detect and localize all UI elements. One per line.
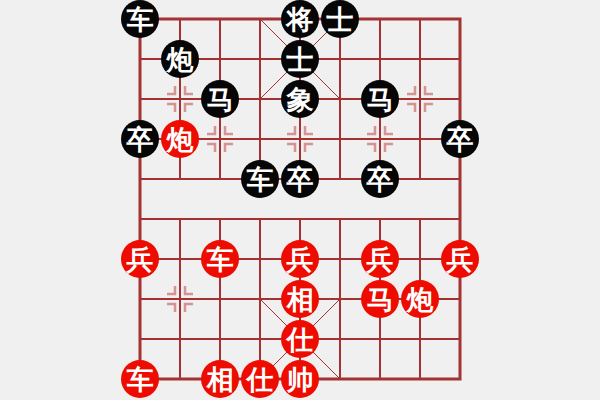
board-point-0-2[interactable] [120,79,160,119]
piece-red-advisor[interactable]: 仕 [241,360,279,398]
board-point-6-3[interactable] [360,119,400,159]
board-point-5-4[interactable] [320,159,360,199]
board-point-6-0[interactable] [360,0,400,39]
board-point-7-7[interactable]: 炮 [400,279,440,319]
board-point-2-0[interactable] [200,0,240,39]
board-point-2-8[interactable] [200,319,240,359]
piece-black-advisor[interactable]: 士 [321,0,359,38]
board-point-2-2[interactable]: 马 [200,79,240,119]
board-point-4-0[interactable]: 将 [280,0,320,39]
board-point-4-6[interactable]: 兵 [280,239,320,279]
board-point-5-6[interactable] [320,239,360,279]
board-point-1-6[interactable] [160,239,200,279]
piece-red-chariot[interactable]: 车 [121,360,159,398]
board-point-0-5[interactable] [120,199,160,239]
board-point-0-1[interactable] [120,39,160,79]
board-point-2-1[interactable] [200,39,240,79]
board-point-7-1[interactable] [400,39,440,79]
piece-red-soldier[interactable]: 兵 [361,240,399,278]
board-point-1-1[interactable]: 炮 [160,39,200,79]
board-point-1-7[interactable] [160,279,200,319]
board-point-6-2[interactable]: 马 [360,79,400,119]
board-point-3-2[interactable] [240,79,280,119]
board-point-1-3[interactable]: 炮 [160,119,200,159]
board-point-4-1[interactable]: 士 [280,39,320,79]
board-point-8-2[interactable] [440,79,480,119]
board-point-0-0[interactable]: 车 [120,0,160,39]
board-point-2-7[interactable] [200,279,240,319]
board-point-2-3[interactable] [200,119,240,159]
piece-red-soldier[interactable]: 兵 [441,240,479,278]
board-point-1-9[interactable] [160,359,200,399]
board-point-0-9[interactable]: 车 [120,359,160,399]
piece-black-cannon[interactable]: 炮 [161,40,199,78]
board-point-2-9[interactable]: 相 [200,359,240,399]
piece-black-soldier[interactable]: 卒 [121,120,159,158]
board-point-0-4[interactable] [120,159,160,199]
board-point-6-8[interactable] [360,319,400,359]
piece-black-soldier[interactable]: 卒 [441,120,479,158]
board-point-6-4[interactable]: 卒 [360,159,400,199]
piece-black-chariot[interactable]: 车 [121,0,159,38]
board-point-3-0[interactable] [240,0,280,39]
board-point-3-8[interactable] [240,319,280,359]
board-grid: 车将士炮士马象马卒炮卒车卒卒兵车兵兵兵相马炮仕车相仕帅 [120,0,480,399]
board-point-2-4[interactable] [200,159,240,199]
board-point-1-5[interactable] [160,199,200,239]
board-point-3-7[interactable] [240,279,280,319]
board-point-5-7[interactable] [320,279,360,319]
board-point-7-8[interactable] [400,319,440,359]
board-point-5-5[interactable] [320,199,360,239]
board-point-4-5[interactable] [280,199,320,239]
board-point-5-1[interactable] [320,39,360,79]
board-point-7-2[interactable] [400,79,440,119]
board-point-8-4[interactable] [440,159,480,199]
board-point-0-8[interactable] [120,319,160,359]
board-point-7-4[interactable] [400,159,440,199]
board-point-7-5[interactable] [400,199,440,239]
board-point-4-4[interactable]: 卒 [280,159,320,199]
board-point-0-7[interactable] [120,279,160,319]
board-point-8-7[interactable] [440,279,480,319]
board-point-6-5[interactable] [360,199,400,239]
board-point-4-2[interactable]: 象 [280,79,320,119]
board-point-4-7[interactable]: 相 [280,279,320,319]
board-point-2-5[interactable] [200,199,240,239]
xiangqi-board: 车将士炮士马象马卒炮卒车卒卒兵车兵兵兵相马炮仕车相仕帅 [120,0,480,399]
board-point-5-0[interactable]: 士 [320,0,360,39]
board-point-3-5[interactable] [240,199,280,239]
board-point-8-1[interactable] [440,39,480,79]
board-point-3-1[interactable] [240,39,280,79]
board-point-8-6[interactable]: 兵 [440,239,480,279]
piece-black-horse[interactable]: 马 [361,80,399,118]
board-point-6-7[interactable]: 马 [360,279,400,319]
board-point-3-9[interactable]: 仕 [240,359,280,399]
piece-black-general[interactable]: 将 [281,0,319,38]
board-point-2-6[interactable]: 车 [200,239,240,279]
piece-black-advisor[interactable]: 士 [281,40,319,78]
piece-black-horse[interactable]: 马 [201,80,239,118]
board-point-3-4[interactable]: 车 [240,159,280,199]
piece-red-advisor[interactable]: 仕 [281,320,319,358]
board-point-1-8[interactable] [160,319,200,359]
piece-red-horse[interactable]: 马 [361,280,399,318]
piece-red-elephant[interactable]: 相 [281,280,319,318]
piece-red-soldier[interactable]: 兵 [121,240,159,278]
board-point-8-9[interactable] [440,359,480,399]
board-point-5-9[interactable] [320,359,360,399]
board-point-3-3[interactable] [240,119,280,159]
board-point-5-3[interactable] [320,119,360,159]
piece-black-chariot[interactable]: 车 [241,160,279,198]
piece-red-soldier[interactable]: 兵 [281,240,319,278]
piece-red-general[interactable]: 帅 [281,360,319,398]
board-point-4-3[interactable] [280,119,320,159]
piece-black-soldier[interactable]: 卒 [361,160,399,198]
board-point-6-9[interactable] [360,359,400,399]
xiangqi-app-screen: 车将士炮士马象马卒炮卒车卒卒兵车兵兵兵相马炮仕车相仕帅 [0,0,600,400]
piece-red-cannon[interactable]: 炮 [161,120,199,158]
board-point-0-3[interactable]: 卒 [120,119,160,159]
board-point-8-8[interactable] [440,319,480,359]
board-point-5-2[interactable] [320,79,360,119]
board-point-1-0[interactable] [160,0,200,39]
piece-black-soldier[interactable]: 卒 [281,160,319,198]
board-point-3-6[interactable] [240,239,280,279]
board-point-7-3[interactable] [400,119,440,159]
piece-red-elephant[interactable]: 相 [201,360,239,398]
board-point-1-4[interactable] [160,159,200,199]
board-point-7-0[interactable] [400,0,440,39]
piece-red-cannon[interactable]: 炮 [401,280,439,318]
board-point-4-9[interactable]: 帅 [280,359,320,399]
board-point-1-2[interactable] [160,79,200,119]
board-point-0-6[interactable]: 兵 [120,239,160,279]
board-point-5-8[interactable] [320,319,360,359]
board-point-8-3[interactable]: 卒 [440,119,480,159]
piece-black-elephant[interactable]: 象 [281,80,319,118]
board-point-4-8[interactable]: 仕 [280,319,320,359]
board-point-6-1[interactable] [360,39,400,79]
piece-red-chariot[interactable]: 车 [201,240,239,278]
board-point-7-9[interactable] [400,359,440,399]
board-point-8-0[interactable] [440,0,480,39]
board-point-8-5[interactable] [440,199,480,239]
board-point-7-6[interactable] [400,239,440,279]
board-point-6-6[interactable]: 兵 [360,239,400,279]
